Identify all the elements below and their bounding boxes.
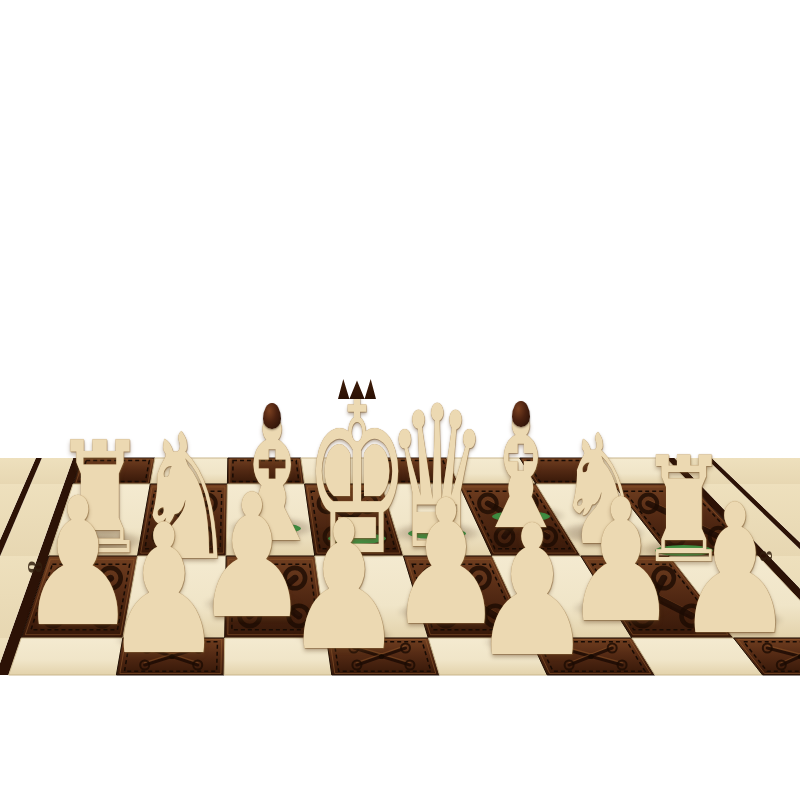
white-pawn-8: ♟ — [675, 481, 795, 660]
white-pawn-7: ♟ — [564, 476, 678, 646]
pieces-layer: ♜♞♝♚♛♝♞♜♟♟♟♟♟♟♟♟ — [0, 0, 800, 800]
bishop-dark-finial — [263, 403, 281, 429]
king-crown-prongs — [338, 379, 376, 399]
white-pawn-4: ♟ — [284, 497, 404, 676]
product-photo: 8 8 ♜♞♝♚♛♝♞♜♟♟♟♟♟♟♟♟ — [0, 0, 800, 800]
bishop-dark-finial — [512, 401, 530, 427]
